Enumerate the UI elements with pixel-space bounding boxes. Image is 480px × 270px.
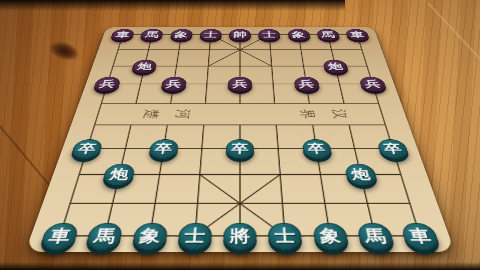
river-label-chu: 楚 — [140, 108, 162, 121]
purple-general[interactable]: 帥 — [229, 29, 251, 40]
river-label-jie: 界 — [297, 108, 319, 121]
river-label-han: 汉 — [329, 108, 352, 121]
table-edge-shadow-bottom — [0, 262, 480, 270]
photo-scene: 楚 河 界 汉 車馬象士帥士象馬車炮炮兵兵兵兵兵卒卒卒卒卒炮炮車馬象士將士象馬車 — [0, 0, 480, 270]
teal-soldier[interactable]: 卒 — [226, 139, 255, 158]
river-label-he: 河 — [172, 108, 194, 121]
table-edge-shadow-top — [0, 0, 345, 11]
